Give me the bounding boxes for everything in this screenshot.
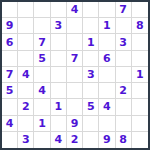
- cell-r2c7[interactable]: 1: [99, 18, 115, 34]
- cell-r3c9[interactable]: [132, 34, 148, 50]
- cell-r6c9[interactable]: [132, 83, 148, 99]
- cell-r8c7[interactable]: [99, 116, 115, 132]
- cell-r9c4[interactable]: 4: [51, 132, 67, 148]
- given-digit: 3: [22, 134, 30, 145]
- cell-r5c4[interactable]: [51, 67, 67, 83]
- cell-r5c5[interactable]: [67, 67, 83, 83]
- given-digit: 9: [103, 134, 111, 145]
- cell-r3c5[interactable]: [67, 34, 83, 50]
- cell-r7c3[interactable]: [34, 99, 50, 115]
- cell-r8c4[interactable]: [51, 116, 67, 132]
- cell-r2c5[interactable]: [67, 18, 83, 34]
- cell-r8c3[interactable]: 1: [34, 116, 50, 132]
- cell-r3c4[interactable]: [51, 34, 67, 50]
- given-digit: 9: [71, 118, 79, 129]
- cell-r1c9[interactable]: [132, 2, 148, 18]
- cell-r8c2[interactable]: [18, 116, 34, 132]
- given-digit: 4: [54, 134, 62, 145]
- given-digit: 7: [6, 69, 14, 80]
- cell-r5c7[interactable]: [99, 67, 115, 83]
- given-digit: 8: [119, 134, 127, 145]
- cell-r9c2[interactable]: 3: [18, 132, 34, 148]
- cell-r9c3[interactable]: [34, 132, 50, 148]
- given-digit: 7: [38, 37, 46, 48]
- cell-r5c3[interactable]: [34, 67, 50, 83]
- cell-r3c6[interactable]: 1: [83, 34, 99, 50]
- cell-r4c5[interactable]: 7: [67, 51, 83, 67]
- cell-r7c8[interactable]: [116, 99, 132, 115]
- given-digit: 4: [38, 85, 46, 96]
- cell-r8c6[interactable]: [83, 116, 99, 132]
- given-digit: 1: [38, 118, 46, 129]
- given-digit: 6: [103, 53, 111, 64]
- cell-r3c7[interactable]: [99, 34, 115, 50]
- cell-r7c1[interactable]: [2, 99, 18, 115]
- cell-r5c2[interactable]: 4: [18, 67, 34, 83]
- given-digit: 3: [87, 69, 95, 80]
- cell-r6c6[interactable]: [83, 83, 99, 99]
- given-digit: 2: [22, 101, 30, 112]
- given-digit: 9: [6, 20, 14, 31]
- cell-r6c7[interactable]: [99, 83, 115, 99]
- cell-r9c9[interactable]: [132, 132, 148, 148]
- cell-r4c3[interactable]: 5: [34, 51, 50, 67]
- cell-r9c6[interactable]: [83, 132, 99, 148]
- given-digit: 3: [54, 20, 62, 31]
- cell-r4c4[interactable]: [51, 51, 67, 67]
- given-digit: 1: [103, 20, 111, 31]
- given-digit: 2: [71, 134, 79, 145]
- cell-r6c3[interactable]: 4: [34, 83, 50, 99]
- cell-r2c8[interactable]: [116, 18, 132, 34]
- given-digit: 5: [6, 85, 14, 96]
- cell-r5c8[interactable]: [116, 67, 132, 83]
- cell-r4c9[interactable]: [132, 51, 148, 67]
- given-digit: 8: [136, 20, 144, 31]
- cell-r5c9[interactable]: 1: [132, 67, 148, 83]
- cell-r1c6[interactable]: [83, 2, 99, 18]
- cell-r4c8[interactable]: [116, 51, 132, 67]
- cell-r4c1[interactable]: [2, 51, 18, 67]
- cell-r5c1[interactable]: 7: [2, 67, 18, 83]
- given-digit: 4: [103, 101, 111, 112]
- cell-r3c8[interactable]: 3: [116, 34, 132, 50]
- cell-r1c5[interactable]: 4: [67, 2, 83, 18]
- cell-r3c2[interactable]: [18, 34, 34, 50]
- given-digit: 4: [22, 69, 30, 80]
- cell-r7c5[interactable]: [67, 99, 83, 115]
- cell-r3c3[interactable]: 7: [34, 34, 50, 50]
- given-digit: 4: [6, 118, 14, 129]
- cell-r1c4[interactable]: [51, 2, 67, 18]
- cell-r6c5[interactable]: [67, 83, 83, 99]
- cell-r2c3[interactable]: [34, 18, 50, 34]
- cell-r6c2[interactable]: [18, 83, 34, 99]
- cell-r2c1[interactable]: 9: [2, 18, 18, 34]
- cell-r7c4[interactable]: 1: [51, 99, 67, 115]
- cell-r1c7[interactable]: [99, 2, 115, 18]
- cell-r7c6[interactable]: 5: [83, 99, 99, 115]
- given-digit: 1: [54, 101, 62, 112]
- cell-r9c7[interactable]: 9: [99, 132, 115, 148]
- cell-r6c8[interactable]: 2: [116, 83, 132, 99]
- given-digit: 5: [87, 101, 95, 112]
- given-digit: 4: [71, 4, 79, 15]
- cell-r1c2[interactable]: [18, 2, 34, 18]
- cell-r7c9[interactable]: [132, 99, 148, 115]
- sudoku-board: 47931867135767431542215441934298: [0, 0, 150, 150]
- cell-r2c2[interactable]: [18, 18, 34, 34]
- cell-r9c8[interactable]: 8: [116, 132, 132, 148]
- cell-r4c7[interactable]: 6: [99, 51, 115, 67]
- cell-r6c1[interactable]: 5: [2, 83, 18, 99]
- given-digit: 2: [119, 85, 127, 96]
- cell-r1c1[interactable]: [2, 2, 18, 18]
- given-digit: 1: [87, 37, 95, 48]
- cell-r8c1[interactable]: 4: [2, 116, 18, 132]
- given-digit: 7: [71, 53, 79, 64]
- cell-r2c9[interactable]: 8: [132, 18, 148, 34]
- cell-r1c8[interactable]: 7: [116, 2, 132, 18]
- cell-r6c4[interactable]: [51, 83, 67, 99]
- given-digit: 6: [6, 37, 14, 48]
- cell-r7c2[interactable]: 2: [18, 99, 34, 115]
- given-digit: 5: [38, 53, 46, 64]
- given-digit: 7: [119, 4, 127, 15]
- cell-r7c7[interactable]: 4: [99, 99, 115, 115]
- cell-r2c4[interactable]: 3: [51, 18, 67, 34]
- cell-r9c5[interactable]: 2: [67, 132, 83, 148]
- cell-r4c2[interactable]: [18, 51, 34, 67]
- cell-r4c6[interactable]: [83, 51, 99, 67]
- cell-r9c1[interactable]: [2, 132, 18, 148]
- cell-r3c1[interactable]: 6: [2, 34, 18, 50]
- cell-r8c5[interactable]: 9: [67, 116, 83, 132]
- cell-r5c6[interactable]: 3: [83, 67, 99, 83]
- cell-r8c8[interactable]: [116, 116, 132, 132]
- cell-r1c3[interactable]: [34, 2, 50, 18]
- cell-r8c9[interactable]: [132, 116, 148, 132]
- given-digit: 3: [119, 37, 127, 48]
- given-digit: 1: [136, 69, 144, 80]
- cell-r2c6[interactable]: [83, 18, 99, 34]
